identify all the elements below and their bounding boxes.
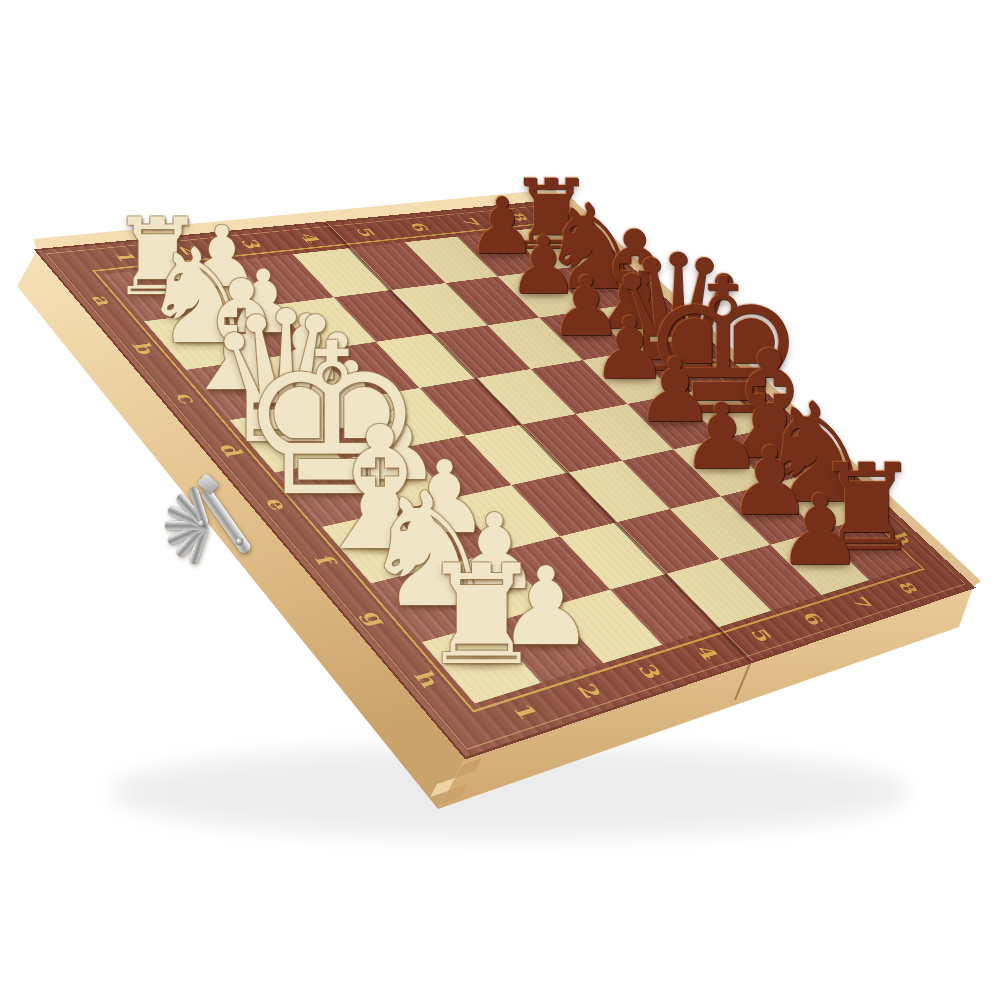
rank-label-bottom-1: 1 bbox=[508, 702, 542, 723]
clasp-screw bbox=[198, 520, 205, 527]
rank-label-bottom-8: 8 bbox=[895, 580, 921, 596]
file-label-right-e: e bbox=[748, 398, 772, 410]
rank-label-top-5: 5 bbox=[352, 227, 379, 238]
rank-label-bottom-2: 2 bbox=[573, 681, 605, 701]
file-label-left-a: a bbox=[87, 294, 118, 307]
rank-label-top-8: 8 bbox=[507, 212, 531, 222]
file-label-right-g: g bbox=[841, 485, 866, 499]
file-label-left-c: c bbox=[171, 391, 202, 405]
clasp-screw bbox=[236, 538, 243, 545]
file-label-right-d: d bbox=[703, 356, 728, 368]
file-label-right-b: b bbox=[618, 276, 642, 287]
file-label-left-g: g bbox=[358, 609, 392, 628]
rank-label-top-3: 3 bbox=[237, 238, 265, 250]
rank-label-bottom-7: 7 bbox=[848, 595, 875, 611]
file-label-left-d: d bbox=[215, 442, 248, 458]
file-label-right-h: h bbox=[890, 530, 916, 545]
metal-clasp bbox=[155, 465, 285, 585]
rank-label-bottom-4: 4 bbox=[692, 644, 722, 662]
rank-label-bottom-6: 6 bbox=[799, 610, 827, 627]
product-photo-scene: 1234567812345678abcdefghabcdefgh ♜♟♟♞♟♜♝… bbox=[0, 0, 1002, 1002]
file-label-left-h: h bbox=[409, 668, 444, 689]
rank-label-top-1: 1 bbox=[110, 251, 140, 263]
file-label-right-a: a bbox=[577, 239, 600, 249]
file-label-right-c: c bbox=[660, 316, 683, 326]
file-label-left-f: f bbox=[310, 553, 339, 566]
file-label-right-f: f bbox=[796, 442, 817, 452]
rank-label-top-2: 2 bbox=[175, 245, 204, 257]
clasp-mount-tab bbox=[197, 473, 220, 495]
rank-label-bottom-5: 5 bbox=[747, 627, 776, 645]
file-label-left-b: b bbox=[128, 341, 160, 355]
rank-label-top-4: 4 bbox=[296, 233, 323, 244]
rank-label-top-7: 7 bbox=[457, 217, 482, 227]
rank-label-bottom-3: 3 bbox=[634, 662, 665, 681]
rank-label-top-6: 6 bbox=[406, 222, 432, 233]
